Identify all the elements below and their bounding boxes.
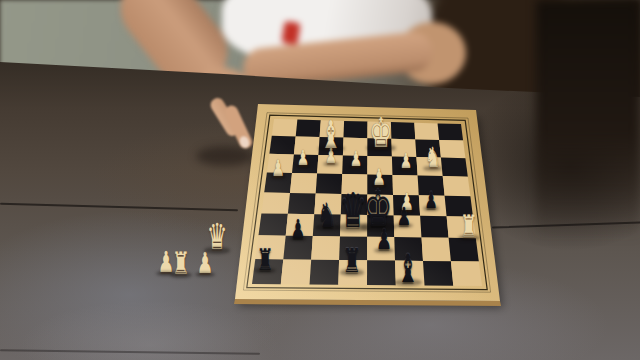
reaching-fingers [0,0,640,360]
photo-scene: ♝♚♟♟♟♟♞♟♟♟♟♟♞♛♚♜♟♟♛♜♜♟♜♟♝ [0,0,640,360]
